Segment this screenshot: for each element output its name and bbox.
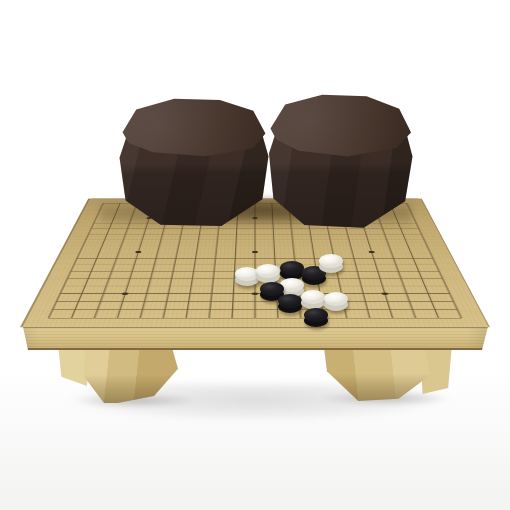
board-cell[interactable] (378, 306, 403, 314)
board-cell[interactable] (385, 262, 408, 269)
stone-black[interactable] (278, 294, 302, 314)
board-cell[interactable] (389, 275, 413, 282)
board-cell[interactable] (94, 282, 118, 289)
board-cell[interactable] (162, 268, 184, 275)
board-cell[interactable] (197, 314, 221, 323)
board-cell[interactable] (371, 282, 395, 289)
board-cell[interactable] (121, 268, 144, 275)
board-cell[interactable] (130, 306, 155, 314)
board-cell[interactable] (81, 314, 107, 323)
board-cell[interactable] (204, 262, 225, 269)
stone-white[interactable] (301, 290, 325, 310)
board-cell[interactable] (335, 314, 360, 323)
board-cell[interactable] (135, 290, 159, 298)
board-cell[interactable] (357, 314, 382, 323)
board-cell[interactable] (164, 262, 186, 269)
board-cell[interactable] (151, 314, 176, 323)
board-cell[interactable] (123, 262, 145, 269)
board-cell[interactable] (97, 275, 121, 282)
board-cell[interactable] (128, 314, 153, 323)
board-cell[interactable] (437, 290, 462, 298)
board-cell[interactable] (155, 298, 179, 306)
board-cell[interactable] (104, 314, 130, 323)
stone-black[interactable] (304, 308, 328, 328)
board-cell[interactable] (380, 314, 406, 323)
board-cell[interactable] (179, 290, 202, 298)
board-cell[interactable] (200, 290, 222, 298)
board-cell[interactable] (203, 268, 224, 275)
board-cell[interactable] (184, 262, 205, 269)
board-cell[interactable] (425, 262, 448, 269)
board-cell[interactable] (266, 314, 289, 323)
board-cell[interactable] (181, 275, 203, 282)
board-cell[interactable] (110, 298, 135, 306)
board-cell[interactable] (116, 282, 140, 289)
board-cell[interactable] (107, 306, 132, 314)
board-cell[interactable] (221, 306, 244, 314)
board-cell[interactable] (428, 268, 452, 275)
go-bowl-right[interactable] (266, 92, 414, 232)
board-cell[interactable] (139, 275, 162, 282)
board-cell[interactable] (88, 298, 113, 306)
board-cell[interactable] (350, 282, 373, 289)
stone-white[interactable] (319, 254, 343, 274)
board-cell[interactable] (431, 275, 455, 282)
board-cell[interactable] (441, 298, 467, 306)
board-cell[interactable] (174, 314, 198, 323)
board-cell[interactable] (157, 290, 180, 298)
board-cell[interactable] (392, 282, 416, 289)
board-cell[interactable] (180, 282, 202, 289)
board-cell[interactable] (448, 314, 475, 323)
board-cell[interactable] (222, 290, 244, 298)
board-cell[interactable] (137, 282, 160, 289)
board-cell[interactable] (103, 262, 126, 269)
board-cell[interactable] (177, 298, 200, 306)
stone-top (278, 294, 302, 308)
board-cell[interactable] (353, 298, 377, 306)
board-cell[interactable] (444, 306, 470, 314)
board-cell[interactable] (365, 262, 387, 269)
board-cell[interactable] (243, 314, 266, 323)
board-cell[interactable] (91, 290, 116, 298)
board-cell[interactable] (153, 306, 177, 314)
board-apron (20, 326, 490, 350)
stone-top (324, 292, 348, 306)
board-cell[interactable] (329, 282, 352, 289)
board-cell[interactable] (387, 268, 410, 275)
board-cell[interactable] (369, 275, 392, 282)
stone-top (304, 308, 328, 322)
board-cell[interactable] (327, 275, 349, 282)
board-cell[interactable] (202, 275, 224, 282)
board-cell[interactable] (222, 298, 244, 306)
go-scene (0, 0, 510, 510)
board-cell[interactable] (403, 314, 429, 323)
board-cell[interactable] (373, 290, 397, 298)
stone-top (319, 254, 343, 268)
board-cell[interactable] (143, 262, 165, 269)
go-bowl-left[interactable] (118, 96, 270, 230)
board-cell[interactable] (397, 298, 422, 306)
stone-top (301, 290, 325, 304)
board-cell[interactable] (367, 268, 390, 275)
board-cell[interactable] (100, 268, 123, 275)
board-cell[interactable] (118, 275, 141, 282)
board-cell[interactable] (434, 282, 459, 289)
board-cell[interactable] (400, 306, 426, 314)
board-cell[interactable] (351, 290, 375, 298)
board-cell[interactable] (348, 275, 371, 282)
board-cell[interactable] (375, 298, 400, 306)
board-cell[interactable] (141, 268, 163, 275)
stone-top (256, 264, 280, 278)
board-cell[interactable] (132, 298, 156, 306)
board-cell[interactable] (198, 306, 221, 314)
board-cell[interactable] (199, 298, 222, 306)
board-cell[interactable] (85, 306, 111, 314)
stone-top (280, 261, 304, 275)
board-cell[interactable] (220, 314, 243, 323)
board-cell[interactable] (113, 290, 137, 298)
board-cell[interactable] (346, 268, 368, 275)
board-cell[interactable] (394, 290, 419, 298)
board-cell[interactable] (345, 262, 367, 269)
board-cell[interactable] (183, 268, 205, 275)
board-cell[interactable] (201, 282, 223, 289)
board-cell[interactable] (175, 306, 199, 314)
board-cell[interactable] (159, 282, 182, 289)
stone-white[interactable] (256, 264, 280, 284)
board-cell[interactable] (355, 306, 380, 314)
board-cell[interactable] (244, 306, 267, 314)
board-cell[interactable] (160, 275, 182, 282)
